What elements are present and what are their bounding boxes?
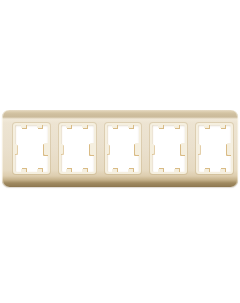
mount-notch-br-4: [174, 169, 179, 173]
mount-notch-br-2: [82, 169, 87, 173]
mount-notch-lm-4: [151, 144, 154, 154]
mount-notch-bl-5: [204, 169, 209, 173]
frame-opening-1: [13, 123, 50, 174]
mount-notch-bl-4: [158, 169, 163, 173]
mount-notch-bl-3: [112, 169, 117, 173]
frame-opening-2: [59, 123, 96, 174]
mount-notch-tl-4: [158, 124, 163, 128]
mount-notch-rm-4: [181, 143, 186, 155]
mount-notch-lm-5: [197, 144, 200, 154]
mount-notch-tr-5: [220, 124, 225, 128]
mount-notch-rm-3: [135, 143, 140, 155]
frame-opening-5: [196, 123, 233, 174]
mount-notch-bl-1: [21, 169, 26, 173]
mount-notch-tl-3: [112, 124, 117, 128]
mount-notch-lm-2: [60, 144, 63, 154]
mount-notch-br-1: [37, 169, 42, 173]
mount-notch-br-3: [128, 169, 133, 173]
mount-notch-tr-3: [128, 124, 133, 128]
mount-notch-tr-2: [82, 124, 87, 128]
mount-notch-tl-5: [204, 124, 209, 128]
frame-openings-row: [13, 123, 233, 174]
mount-notch-tl-2: [66, 124, 71, 128]
mount-notch-tr-4: [174, 124, 179, 128]
mount-notch-lm-1: [14, 144, 17, 154]
product-photo: [0, 0, 240, 303]
mount-notch-rm-5: [227, 143, 232, 155]
mount-notch-lm-3: [106, 144, 109, 154]
mount-notch-rm-2: [90, 143, 95, 155]
mount-notch-tl-1: [21, 124, 26, 128]
mount-notch-br-5: [220, 169, 225, 173]
mount-notch-bl-2: [66, 169, 71, 173]
switch-frame-plate: [2, 110, 238, 187]
frame-opening-3: [105, 123, 142, 174]
mount-notch-tr-1: [37, 124, 42, 128]
mount-notch-rm-1: [44, 143, 49, 155]
frame-opening-4: [150, 123, 187, 174]
